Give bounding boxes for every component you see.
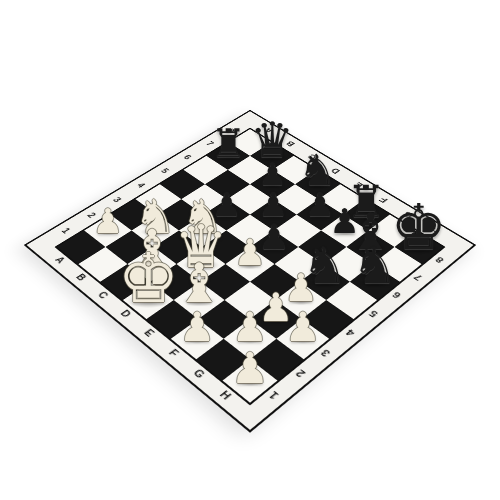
piece-black-king-h8[interactable]: ♚ [390, 197, 446, 260]
piece-white-pawn-a2[interactable]: ♟ [93, 203, 124, 237]
product-photo-stage: ABCDEFGH ABCDEFGH 87654321 87654321 ♚♛♜♜… [0, 0, 500, 500]
piece-white-king-d1[interactable]: ♚ [118, 246, 179, 314]
piece-black-rook-a7[interactable]: ♜ [210, 124, 245, 163]
piece-white-pawn-g2[interactable]: ♟ [232, 307, 268, 347]
piece-black-knight-h6[interactable]: ♞ [352, 241, 398, 292]
piece-white-pawn-f1[interactable]: ♟ [179, 307, 215, 347]
piece-white-pawn-h1[interactable]: ♟ [231, 347, 269, 390]
piece-white-pawn-e4[interactable]: ♟ [234, 235, 266, 271]
piece-white-pawn-h3[interactable]: ♟ [285, 307, 321, 347]
